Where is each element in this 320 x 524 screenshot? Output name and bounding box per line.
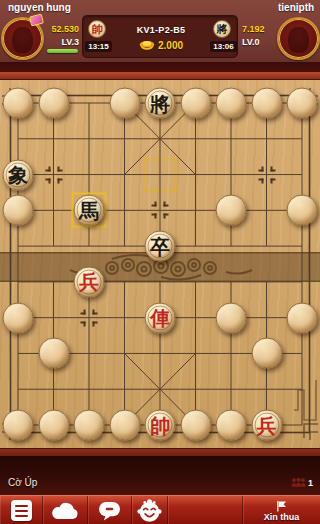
piece-r0c4-black-將[interactable]: 將 <box>145 88 176 119</box>
piece-r6c0-facedown[interactable] <box>3 302 34 333</box>
piece-r9c1-facedown[interactable] <box>38 410 69 441</box>
piece-r6c4-red-俥[interactable]: 俥 <box>145 302 176 333</box>
point-marker <box>81 309 98 326</box>
piece-r0c8-facedown[interactable] <box>287 88 318 119</box>
piece-r9c0-facedown[interactable] <box>3 410 34 441</box>
point-marker <box>45 166 62 183</box>
hamburger-icon <box>11 500 32 521</box>
piece-r9c2-facedown[interactable] <box>74 410 105 441</box>
surrender-button[interactable]: Xin thua <box>243 496 320 524</box>
piece-r6c8-facedown[interactable] <box>287 302 318 333</box>
piece-r5c2-red-兵[interactable]: 兵 <box>74 266 105 297</box>
spectators-icon <box>291 477 306 488</box>
piece-r0c7-facedown[interactable] <box>251 88 282 119</box>
piece-r9c7-red-兵[interactable]: 兵 <box>251 410 282 441</box>
emoji-button[interactable] <box>132 496 168 524</box>
piece-r6c6-facedown[interactable] <box>216 302 247 333</box>
point-marker <box>152 202 169 219</box>
piece-r7c7-facedown[interactable] <box>251 338 282 369</box>
point-marker <box>258 166 275 183</box>
piece-r9c4-red-帥[interactable]: 帥 <box>145 410 176 441</box>
piece-r0c0-facedown[interactable] <box>3 88 34 119</box>
chat-button[interactable] <box>88 496 132 524</box>
surrender-flag-icon <box>276 500 287 512</box>
piece-r3c2-black-馬[interactable]: 馬 <box>74 195 105 226</box>
piece-r3c0-facedown[interactable] <box>3 195 34 226</box>
toolbar-spacer <box>168 496 243 524</box>
piece-r9c3-facedown[interactable] <box>109 410 140 441</box>
smiley-icon <box>137 498 162 523</box>
board-layer: 將象馬卒兵俥帥兵 <box>0 0 320 524</box>
spectator-count: 1 <box>308 478 313 488</box>
bottom-toolbar: Xin thua <box>0 495 320 524</box>
piece-r0c3-facedown[interactable] <box>109 88 140 119</box>
piece-r9c6-facedown[interactable] <box>216 410 247 441</box>
piece-r3c6-facedown[interactable] <box>216 195 247 226</box>
chat-bubble-icon <box>98 500 121 521</box>
cloud-icon <box>50 500 80 521</box>
piece-r0c1-facedown[interactable] <box>38 88 69 119</box>
cloud-button[interactable] <box>43 496 88 524</box>
piece-r0c5-facedown[interactable] <box>180 88 211 119</box>
surrender-label: Xin thua <box>264 512 300 522</box>
game-mode-label: Cờ Úp <box>8 477 37 488</box>
piece-r3c8-facedown[interactable] <box>287 195 318 226</box>
last-move-from-marker <box>144 158 177 191</box>
piece-r9c5-facedown[interactable] <box>180 410 211 441</box>
piece-r2c0-black-象[interactable]: 象 <box>3 159 34 190</box>
xiangqi-game-screen: nguyen hung tienipth 52.530 LV.3 7.192 L… <box>0 0 320 524</box>
status-strip <box>0 456 320 495</box>
piece-r4c4-black-卒[interactable]: 卒 <box>145 231 176 262</box>
menu-button[interactable] <box>0 496 43 524</box>
piece-r0c6-facedown[interactable] <box>216 88 247 119</box>
piece-r7c1-facedown[interactable] <box>38 338 69 369</box>
